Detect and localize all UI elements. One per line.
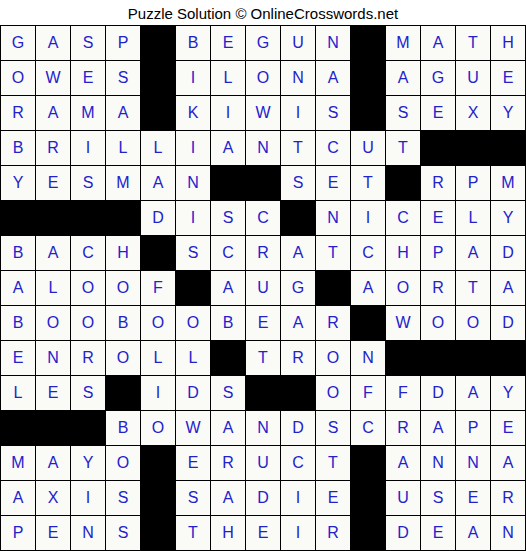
- letter-cell: N: [316, 201, 350, 235]
- letter-cell: C: [351, 411, 385, 445]
- letter-cell: K: [176, 96, 210, 130]
- letter-cell: I: [71, 481, 105, 515]
- letter-cell: I: [351, 201, 385, 235]
- letter-cell: A: [351, 271, 385, 305]
- letter-cell: N: [351, 341, 385, 375]
- letter-cell: A: [386, 61, 420, 95]
- letter-cell: F: [141, 271, 175, 305]
- letter-cell: M: [386, 26, 420, 60]
- letter-cell: C: [71, 236, 105, 270]
- letter-cell: X: [456, 96, 490, 130]
- block-cell: [141, 481, 175, 515]
- letter-cell: A: [316, 61, 350, 95]
- letter-cell: E: [36, 376, 70, 410]
- letter-cell: A: [211, 271, 245, 305]
- letter-cell: B: [1, 131, 35, 165]
- letter-cell: O: [316, 341, 350, 375]
- letter-cell: E: [491, 411, 525, 445]
- block-cell: [351, 516, 385, 550]
- letter-cell: L: [106, 131, 140, 165]
- block-cell: [351, 96, 385, 130]
- letter-cell: C: [211, 236, 245, 270]
- letter-cell: R: [421, 166, 455, 200]
- letter-cell: L: [1, 376, 35, 410]
- letter-cell: G: [246, 26, 280, 60]
- letter-cell: Y: [491, 201, 525, 235]
- letter-cell: Y: [1, 166, 35, 200]
- letter-cell: A: [211, 481, 245, 515]
- letter-cell: L: [141, 341, 175, 375]
- letter-cell: A: [281, 236, 315, 270]
- letter-cell: N: [281, 61, 315, 95]
- block-cell: [106, 201, 140, 235]
- letter-cell: A: [211, 411, 245, 445]
- block-cell: [211, 341, 245, 375]
- block-cell: [456, 131, 490, 165]
- block-cell: [351, 481, 385, 515]
- title-bar: Puzzle Solution © OnlineCrosswords.net: [0, 0, 526, 25]
- letter-cell: R: [316, 306, 350, 340]
- block-cell: [1, 201, 35, 235]
- letter-cell: F: [386, 376, 420, 410]
- letter-cell: E: [316, 166, 350, 200]
- letter-cell: D: [421, 376, 455, 410]
- letter-cell: N: [246, 411, 280, 445]
- letter-cell: E: [36, 516, 70, 550]
- letter-cell: S: [211, 376, 245, 410]
- letter-cell: A: [421, 26, 455, 60]
- letter-cell: I: [176, 61, 210, 95]
- block-cell: [456, 341, 490, 375]
- letter-cell: R: [316, 516, 350, 550]
- block-cell: [141, 516, 175, 550]
- letter-cell: R: [71, 341, 105, 375]
- letter-cell: E: [316, 481, 350, 515]
- letter-cell: E: [421, 96, 455, 130]
- letter-cell: A: [281, 306, 315, 340]
- letter-cell: R: [421, 271, 455, 305]
- letter-cell: U: [281, 26, 315, 60]
- letter-cell: T: [351, 166, 385, 200]
- block-cell: [246, 166, 280, 200]
- block-cell: [36, 201, 70, 235]
- letter-cell: T: [386, 131, 420, 165]
- letter-cell: E: [71, 61, 105, 95]
- block-cell: [421, 131, 455, 165]
- letter-cell: E: [211, 26, 245, 60]
- block-cell: [351, 306, 385, 340]
- letter-cell: E: [246, 516, 280, 550]
- letter-cell: D: [176, 376, 210, 410]
- letter-cell: T: [316, 446, 350, 480]
- letter-cell: A: [456, 516, 490, 550]
- letter-cell: R: [246, 236, 280, 270]
- letter-cell: L: [176, 341, 210, 375]
- block-cell: [351, 61, 385, 95]
- letter-cell: S: [316, 96, 350, 130]
- letter-cell: A: [456, 236, 490, 270]
- letter-cell: I: [281, 516, 315, 550]
- letter-cell: E: [456, 481, 490, 515]
- letter-cell: R: [386, 411, 420, 445]
- letter-cell: C: [316, 131, 350, 165]
- letter-cell: O: [176, 306, 210, 340]
- letter-cell: I: [281, 481, 315, 515]
- letter-cell: E: [491, 61, 525, 95]
- puzzle-page: Puzzle Solution © OnlineCrosswords.net G…: [0, 0, 526, 551]
- letter-cell: S: [386, 96, 420, 130]
- block-cell: [141, 446, 175, 480]
- letter-cell: B: [106, 411, 140, 445]
- letter-cell: E: [176, 446, 210, 480]
- letter-cell: O: [106, 341, 140, 375]
- block-cell: [141, 26, 175, 60]
- letter-cell: A: [36, 96, 70, 130]
- letter-cell: X: [36, 481, 70, 515]
- letter-cell: F: [351, 376, 385, 410]
- letter-cell: E: [246, 306, 280, 340]
- letter-cell: H: [106, 236, 140, 270]
- letter-cell: E: [421, 201, 455, 235]
- letter-cell: L: [36, 271, 70, 305]
- letter-cell: T: [456, 271, 490, 305]
- letter-cell: O: [456, 306, 490, 340]
- letter-cell: Y: [71, 446, 105, 480]
- letter-cell: C: [351, 236, 385, 270]
- letter-cell: O: [246, 61, 280, 95]
- letter-cell: S: [71, 376, 105, 410]
- letter-cell: C: [386, 201, 420, 235]
- letter-cell: C: [281, 446, 315, 480]
- letter-cell: A: [36, 446, 70, 480]
- letter-cell: G: [421, 61, 455, 95]
- letter-cell: I: [176, 131, 210, 165]
- letter-cell: D: [491, 236, 525, 270]
- letter-cell: O: [106, 446, 140, 480]
- letter-cell: O: [71, 306, 105, 340]
- letter-cell: A: [1, 271, 35, 305]
- letter-cell: U: [386, 481, 420, 515]
- letter-cell: D: [281, 411, 315, 445]
- block-cell: [176, 271, 210, 305]
- letter-cell: O: [421, 306, 455, 340]
- letter-cell: U: [246, 446, 280, 480]
- letter-cell: Y: [491, 96, 525, 130]
- block-cell: [106, 376, 140, 410]
- letter-cell: M: [1, 446, 35, 480]
- letter-cell: S: [316, 411, 350, 445]
- crossword-grid: GASPBEGUNMATHOWESILONAAGUERAMAKIWISSEXYB…: [0, 25, 526, 551]
- letter-cell: H: [491, 26, 525, 60]
- letter-cell: D: [386, 516, 420, 550]
- letter-cell: R: [36, 131, 70, 165]
- block-cell: [211, 166, 245, 200]
- letter-cell: W: [36, 61, 70, 95]
- letter-cell: A: [386, 446, 420, 480]
- letter-cell: U: [246, 271, 280, 305]
- letter-cell: O: [71, 271, 105, 305]
- letter-cell: R: [211, 446, 245, 480]
- letter-cell: I: [141, 376, 175, 410]
- letter-cell: H: [211, 516, 245, 550]
- letter-cell: N: [421, 446, 455, 480]
- block-cell: [351, 446, 385, 480]
- letter-cell: H: [386, 236, 420, 270]
- block-cell: [491, 131, 525, 165]
- letter-cell: I: [211, 96, 245, 130]
- letter-cell: U: [351, 131, 385, 165]
- letter-cell: O: [316, 376, 350, 410]
- letter-cell: S: [106, 61, 140, 95]
- letter-cell: T: [456, 26, 490, 60]
- block-cell: [386, 166, 420, 200]
- block-cell: [246, 376, 280, 410]
- letter-cell: O: [106, 271, 140, 305]
- letter-cell: W: [246, 96, 280, 130]
- letter-cell: D: [246, 481, 280, 515]
- letter-cell: A: [1, 481, 35, 515]
- letter-cell: N: [456, 446, 490, 480]
- block-cell: [281, 376, 315, 410]
- block-cell: [281, 201, 315, 235]
- letter-cell: P: [421, 236, 455, 270]
- letter-cell: A: [36, 26, 70, 60]
- letter-cell: M: [106, 166, 140, 200]
- letter-cell: P: [456, 166, 490, 200]
- letter-cell: L: [141, 131, 175, 165]
- letter-cell: S: [421, 481, 455, 515]
- letter-cell: A: [36, 236, 70, 270]
- letter-cell: E: [36, 166, 70, 200]
- letter-cell: T: [176, 516, 210, 550]
- letter-cell: T: [316, 236, 350, 270]
- letter-cell: G: [281, 271, 315, 305]
- letter-cell: T: [246, 341, 280, 375]
- letter-cell: W: [386, 306, 420, 340]
- letter-cell: M: [491, 166, 525, 200]
- letter-cell: L: [211, 61, 245, 95]
- letter-cell: D: [141, 201, 175, 235]
- letter-cell: B: [211, 306, 245, 340]
- letter-cell: L: [456, 201, 490, 235]
- letter-cell: E: [1, 341, 35, 375]
- block-cell: [421, 341, 455, 375]
- letter-cell: A: [491, 446, 525, 480]
- letter-cell: N: [491, 516, 525, 550]
- letter-cell: G: [1, 26, 35, 60]
- letter-cell: T: [281, 131, 315, 165]
- block-cell: [351, 26, 385, 60]
- letter-cell: O: [36, 306, 70, 340]
- letter-cell: A: [491, 271, 525, 305]
- letter-cell: E: [421, 516, 455, 550]
- letter-cell: O: [386, 271, 420, 305]
- letter-cell: N: [71, 516, 105, 550]
- letter-cell: S: [281, 166, 315, 200]
- letter-cell: S: [71, 166, 105, 200]
- page-title: Puzzle Solution © OnlineCrosswords.net: [128, 5, 398, 22]
- letter-cell: A: [421, 411, 455, 445]
- block-cell: [71, 201, 105, 235]
- block-cell: [316, 271, 350, 305]
- letter-cell: B: [176, 26, 210, 60]
- block-cell: [141, 61, 175, 95]
- letter-cell: M: [71, 96, 105, 130]
- letter-cell: W: [176, 411, 210, 445]
- letter-cell: O: [1, 61, 35, 95]
- block-cell: [491, 341, 525, 375]
- letter-cell: A: [141, 166, 175, 200]
- letter-cell: N: [246, 131, 280, 165]
- letter-cell: O: [141, 411, 175, 445]
- letter-cell: P: [1, 516, 35, 550]
- letter-cell: Y: [491, 376, 525, 410]
- block-cell: [141, 236, 175, 270]
- letter-cell: R: [491, 481, 525, 515]
- letter-cell: S: [176, 236, 210, 270]
- letter-cell: N: [316, 26, 350, 60]
- letter-cell: N: [36, 341, 70, 375]
- letter-cell: D: [491, 306, 525, 340]
- letter-cell: B: [1, 306, 35, 340]
- letter-cell: P: [106, 26, 140, 60]
- block-cell: [1, 411, 35, 445]
- letter-cell: I: [281, 96, 315, 130]
- letter-cell: A: [456, 376, 490, 410]
- letter-cell: S: [71, 26, 105, 60]
- block-cell: [386, 341, 420, 375]
- letter-cell: O: [141, 306, 175, 340]
- letter-cell: B: [106, 306, 140, 340]
- block-cell: [36, 411, 70, 445]
- block-cell: [141, 96, 175, 130]
- letter-cell: S: [106, 516, 140, 550]
- letter-cell: I: [71, 131, 105, 165]
- letter-cell: R: [1, 96, 35, 130]
- letter-cell: S: [211, 201, 245, 235]
- letter-cell: C: [246, 201, 280, 235]
- letter-cell: U: [456, 61, 490, 95]
- letter-cell: A: [211, 131, 245, 165]
- letter-cell: A: [106, 96, 140, 130]
- letter-cell: S: [106, 481, 140, 515]
- letter-cell: N: [176, 166, 210, 200]
- letter-cell: I: [176, 201, 210, 235]
- letter-cell: B: [1, 236, 35, 270]
- letter-cell: S: [176, 481, 210, 515]
- letter-cell: P: [456, 411, 490, 445]
- block-cell: [71, 411, 105, 445]
- letter-cell: R: [281, 341, 315, 375]
